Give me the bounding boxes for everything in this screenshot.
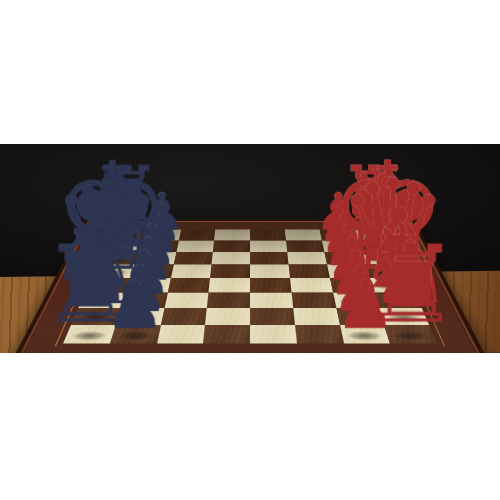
- square-d5: [209, 278, 250, 292]
- square-g5: [213, 240, 250, 252]
- bayonet-tip-icon: [143, 250, 146, 253]
- piece-white-rook-a1: ♜: [364, 232, 460, 339]
- chess-set-photo: ♜♟♟♜♞♟♟♞♝♟♟♝♚♟♟♚♛♟♟♛♝♟♟♝♞♟♟♞♜♟♟♜: [0, 144, 500, 353]
- piece-black-pawn-a7: ♟: [104, 271, 164, 338]
- square-a4: [250, 325, 297, 343]
- square-e5: [210, 265, 250, 278]
- square-b4: [250, 308, 295, 325]
- square-a7: ♟: [110, 325, 161, 343]
- square-b5: [205, 308, 250, 325]
- square-c4: [250, 292, 293, 308]
- page: ♜♟♟♜♞♟♟♞♝♟♟♝♚♟♟♚♛♟♟♛♝♟♟♝♞♟♟♞♜♟♟♜: [0, 0, 500, 500]
- square-h5: [214, 230, 250, 241]
- board-scene: ♜♟♟♜♞♟♟♞♝♟♟♝♚♟♟♚♛♟♟♛♝♟♟♝♞♟♟♞♜♟♟♜: [0, 144, 500, 353]
- square-a1: ♜: [384, 325, 437, 343]
- square-h4: [250, 230, 286, 241]
- bayonet-tip-icon: [147, 237, 150, 240]
- square-f4: [250, 252, 288, 264]
- square-a5: [203, 325, 250, 343]
- square-c5: [207, 292, 250, 308]
- bayonet-tip-icon: [151, 224, 154, 227]
- square-g4: [250, 240, 287, 252]
- square-d4: [250, 278, 291, 292]
- bayonet-tip-icon: [138, 265, 141, 268]
- square-f5: [212, 252, 250, 264]
- chess-board: ♜♟♟♜♞♟♟♞♝♟♟♝♚♟♟♚♛♟♟♛♝♟♟♝♞♟♟♞♜♟♟♜: [11, 220, 488, 353]
- square-e4: [250, 265, 290, 278]
